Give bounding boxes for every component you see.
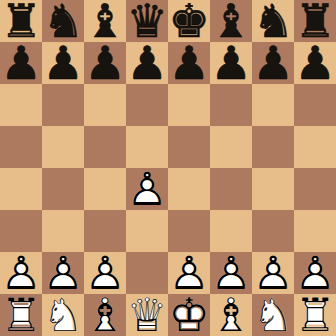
white-pawn[interactable]: ♟♙ xyxy=(0,252,42,294)
square-e8[interactable]: ♚ xyxy=(168,0,210,42)
black-pawn[interactable]: ♟ xyxy=(0,42,42,84)
white-rook[interactable]: ♜♖ xyxy=(0,294,42,336)
square-h6[interactable] xyxy=(294,84,336,126)
black-pawn[interactable]: ♟ xyxy=(294,42,336,84)
piece-fill-glyph: ♟ xyxy=(252,252,294,294)
square-c5[interactable] xyxy=(84,126,126,168)
square-f4[interactable] xyxy=(210,168,252,210)
black-pawn[interactable]: ♟ xyxy=(210,42,252,84)
piece-outline-glyph: ♕ xyxy=(126,294,168,336)
white-pawn[interactable]: ♟♙ xyxy=(294,252,336,294)
square-b1[interactable]: ♞♘ xyxy=(42,294,84,336)
square-g3[interactable] xyxy=(252,210,294,252)
piece-fill-glyph: ♟ xyxy=(252,42,294,84)
square-e5[interactable] xyxy=(168,126,210,168)
piece-fill-glyph: ♟ xyxy=(42,42,84,84)
black-bishop[interactable]: ♝ xyxy=(84,0,126,42)
white-pawn[interactable]: ♟♙ xyxy=(126,168,168,210)
square-e3[interactable] xyxy=(168,210,210,252)
piece-fill-glyph: ♟ xyxy=(126,168,168,210)
black-pawn[interactable]: ♟ xyxy=(42,42,84,84)
piece-outline-glyph: ♙ xyxy=(294,252,336,294)
black-queen[interactable]: ♛ xyxy=(126,0,168,42)
piece-fill-glyph: ♟ xyxy=(42,252,84,294)
piece-fill-glyph: ♜ xyxy=(294,0,336,42)
piece-outline-glyph: ♙ xyxy=(42,252,84,294)
square-g7[interactable]: ♟ xyxy=(252,42,294,84)
piece-fill-glyph: ♜ xyxy=(0,0,42,42)
square-f2[interactable]: ♟♙ xyxy=(210,252,252,294)
piece-fill-glyph: ♜ xyxy=(0,294,42,336)
piece-outline-glyph: ♙ xyxy=(126,168,168,210)
square-g1[interactable]: ♞♘ xyxy=(252,294,294,336)
piece-fill-glyph: ♟ xyxy=(0,42,42,84)
square-c4[interactable] xyxy=(84,168,126,210)
square-a2[interactable]: ♟♙ xyxy=(0,252,42,294)
square-d1[interactable]: ♛♕ xyxy=(126,294,168,336)
square-d7[interactable]: ♟ xyxy=(126,42,168,84)
piece-fill-glyph: ♛ xyxy=(126,294,168,336)
piece-fill-glyph: ♚ xyxy=(168,0,210,42)
white-pawn[interactable]: ♟♙ xyxy=(210,252,252,294)
square-e4[interactable] xyxy=(168,168,210,210)
piece-fill-glyph: ♟ xyxy=(0,252,42,294)
piece-fill-glyph: ♝ xyxy=(210,294,252,336)
square-h5[interactable] xyxy=(294,126,336,168)
square-e7[interactable]: ♟ xyxy=(168,42,210,84)
square-g6[interactable] xyxy=(252,84,294,126)
black-knight[interactable]: ♞ xyxy=(42,0,84,42)
square-d5[interactable] xyxy=(126,126,168,168)
black-rook[interactable]: ♜ xyxy=(294,0,336,42)
square-g4[interactable] xyxy=(252,168,294,210)
piece-outline-glyph: ♙ xyxy=(84,252,126,294)
white-knight[interactable]: ♞♘ xyxy=(42,294,84,336)
square-c3[interactable] xyxy=(84,210,126,252)
square-f1[interactable]: ♝♗ xyxy=(210,294,252,336)
square-g5[interactable] xyxy=(252,126,294,168)
white-pawn[interactable]: ♟♙ xyxy=(84,252,126,294)
piece-fill-glyph: ♟ xyxy=(168,252,210,294)
square-d2[interactable] xyxy=(126,252,168,294)
square-h3[interactable] xyxy=(294,210,336,252)
square-a4[interactable] xyxy=(0,168,42,210)
square-h8[interactable]: ♜ xyxy=(294,0,336,42)
piece-fill-glyph: ♟ xyxy=(294,42,336,84)
square-b6[interactable] xyxy=(42,84,84,126)
piece-outline-glyph: ♗ xyxy=(210,294,252,336)
piece-outline-glyph: ♘ xyxy=(252,294,294,336)
square-e6[interactable] xyxy=(168,84,210,126)
square-a6[interactable] xyxy=(0,84,42,126)
square-b4[interactable] xyxy=(42,168,84,210)
square-f5[interactable] xyxy=(210,126,252,168)
piece-fill-glyph: ♟ xyxy=(126,42,168,84)
square-f8[interactable]: ♝ xyxy=(210,0,252,42)
square-d8[interactable]: ♛ xyxy=(126,0,168,42)
piece-fill-glyph: ♜ xyxy=(294,294,336,336)
black-knight[interactable]: ♞ xyxy=(252,0,294,42)
black-bishop[interactable]: ♝ xyxy=(210,0,252,42)
white-pawn[interactable]: ♟♙ xyxy=(252,252,294,294)
piece-outline-glyph: ♙ xyxy=(168,252,210,294)
piece-outline-glyph: ♖ xyxy=(294,294,336,336)
white-knight[interactable]: ♞♘ xyxy=(252,294,294,336)
piece-outline-glyph: ♘ xyxy=(42,294,84,336)
square-a1[interactable]: ♜♖ xyxy=(0,294,42,336)
piece-fill-glyph: ♟ xyxy=(210,42,252,84)
piece-fill-glyph: ♞ xyxy=(42,294,84,336)
piece-fill-glyph: ♟ xyxy=(294,252,336,294)
piece-outline-glyph: ♙ xyxy=(252,252,294,294)
square-c8[interactable]: ♝ xyxy=(84,0,126,42)
square-b3[interactable] xyxy=(42,210,84,252)
square-h7[interactable]: ♟ xyxy=(294,42,336,84)
square-h2[interactable]: ♟♙ xyxy=(294,252,336,294)
square-c2[interactable]: ♟♙ xyxy=(84,252,126,294)
piece-fill-glyph: ♚ xyxy=(168,294,210,336)
square-f6[interactable] xyxy=(210,84,252,126)
square-e1[interactable]: ♚♔ xyxy=(168,294,210,336)
square-e2[interactable]: ♟♙ xyxy=(168,252,210,294)
piece-outline-glyph: ♔ xyxy=(168,294,210,336)
white-pawn[interactable]: ♟♙ xyxy=(168,252,210,294)
white-bishop[interactable]: ♝♗ xyxy=(84,294,126,336)
piece-outline-glyph: ♙ xyxy=(0,252,42,294)
square-a7[interactable]: ♟ xyxy=(0,42,42,84)
square-f7[interactable]: ♟ xyxy=(210,42,252,84)
black-pawn[interactable]: ♟ xyxy=(84,42,126,84)
piece-fill-glyph: ♟ xyxy=(168,42,210,84)
square-d4[interactable]: ♟♙ xyxy=(126,168,168,210)
square-a5[interactable] xyxy=(0,126,42,168)
piece-outline-glyph: ♗ xyxy=(84,294,126,336)
square-g8[interactable]: ♞ xyxy=(252,0,294,42)
square-a8[interactable]: ♜ xyxy=(0,0,42,42)
black-pawn[interactable]: ♟ xyxy=(252,42,294,84)
piece-outline-glyph: ♙ xyxy=(210,252,252,294)
piece-fill-glyph: ♞ xyxy=(252,0,294,42)
piece-fill-glyph: ♛ xyxy=(126,0,168,42)
square-a3[interactable] xyxy=(0,210,42,252)
square-b7[interactable]: ♟ xyxy=(42,42,84,84)
square-b5[interactable] xyxy=(42,126,84,168)
piece-fill-glyph: ♟ xyxy=(84,42,126,84)
piece-fill-glyph: ♞ xyxy=(252,294,294,336)
square-c6[interactable] xyxy=(84,84,126,126)
chess-board: ♜♞♝♛♚♝♞♜♟♟♟♟♟♟♟♟♟♙♟♙♟♙♟♙♟♙♟♙♟♙♟♙♜♖♞♘♝♗♛♕… xyxy=(0,0,336,336)
square-d6[interactable] xyxy=(126,84,168,126)
piece-fill-glyph: ♟ xyxy=(210,252,252,294)
piece-outline-glyph: ♖ xyxy=(0,294,42,336)
square-b2[interactable]: ♟♙ xyxy=(42,252,84,294)
square-d3[interactable] xyxy=(126,210,168,252)
square-c7[interactable]: ♟ xyxy=(84,42,126,84)
white-bishop[interactable]: ♝♗ xyxy=(210,294,252,336)
black-rook[interactable]: ♜ xyxy=(0,0,42,42)
square-b8[interactable]: ♞ xyxy=(42,0,84,42)
white-queen[interactable]: ♛♕ xyxy=(126,294,168,336)
black-pawn[interactable]: ♟ xyxy=(168,42,210,84)
white-rook[interactable]: ♜♖ xyxy=(294,294,336,336)
black-king[interactable]: ♚ xyxy=(168,0,210,42)
piece-fill-glyph: ♟ xyxy=(84,252,126,294)
white-pawn[interactable]: ♟♙ xyxy=(42,252,84,294)
square-g2[interactable]: ♟♙ xyxy=(252,252,294,294)
square-h4[interactable] xyxy=(294,168,336,210)
piece-fill-glyph: ♝ xyxy=(210,0,252,42)
black-pawn[interactable]: ♟ xyxy=(126,42,168,84)
piece-fill-glyph: ♝ xyxy=(84,0,126,42)
piece-fill-glyph: ♝ xyxy=(84,294,126,336)
square-f3[interactable] xyxy=(210,210,252,252)
square-h1[interactable]: ♜♖ xyxy=(294,294,336,336)
white-king[interactable]: ♚♔ xyxy=(168,294,210,336)
square-c1[interactable]: ♝♗ xyxy=(84,294,126,336)
piece-fill-glyph: ♞ xyxy=(42,0,84,42)
